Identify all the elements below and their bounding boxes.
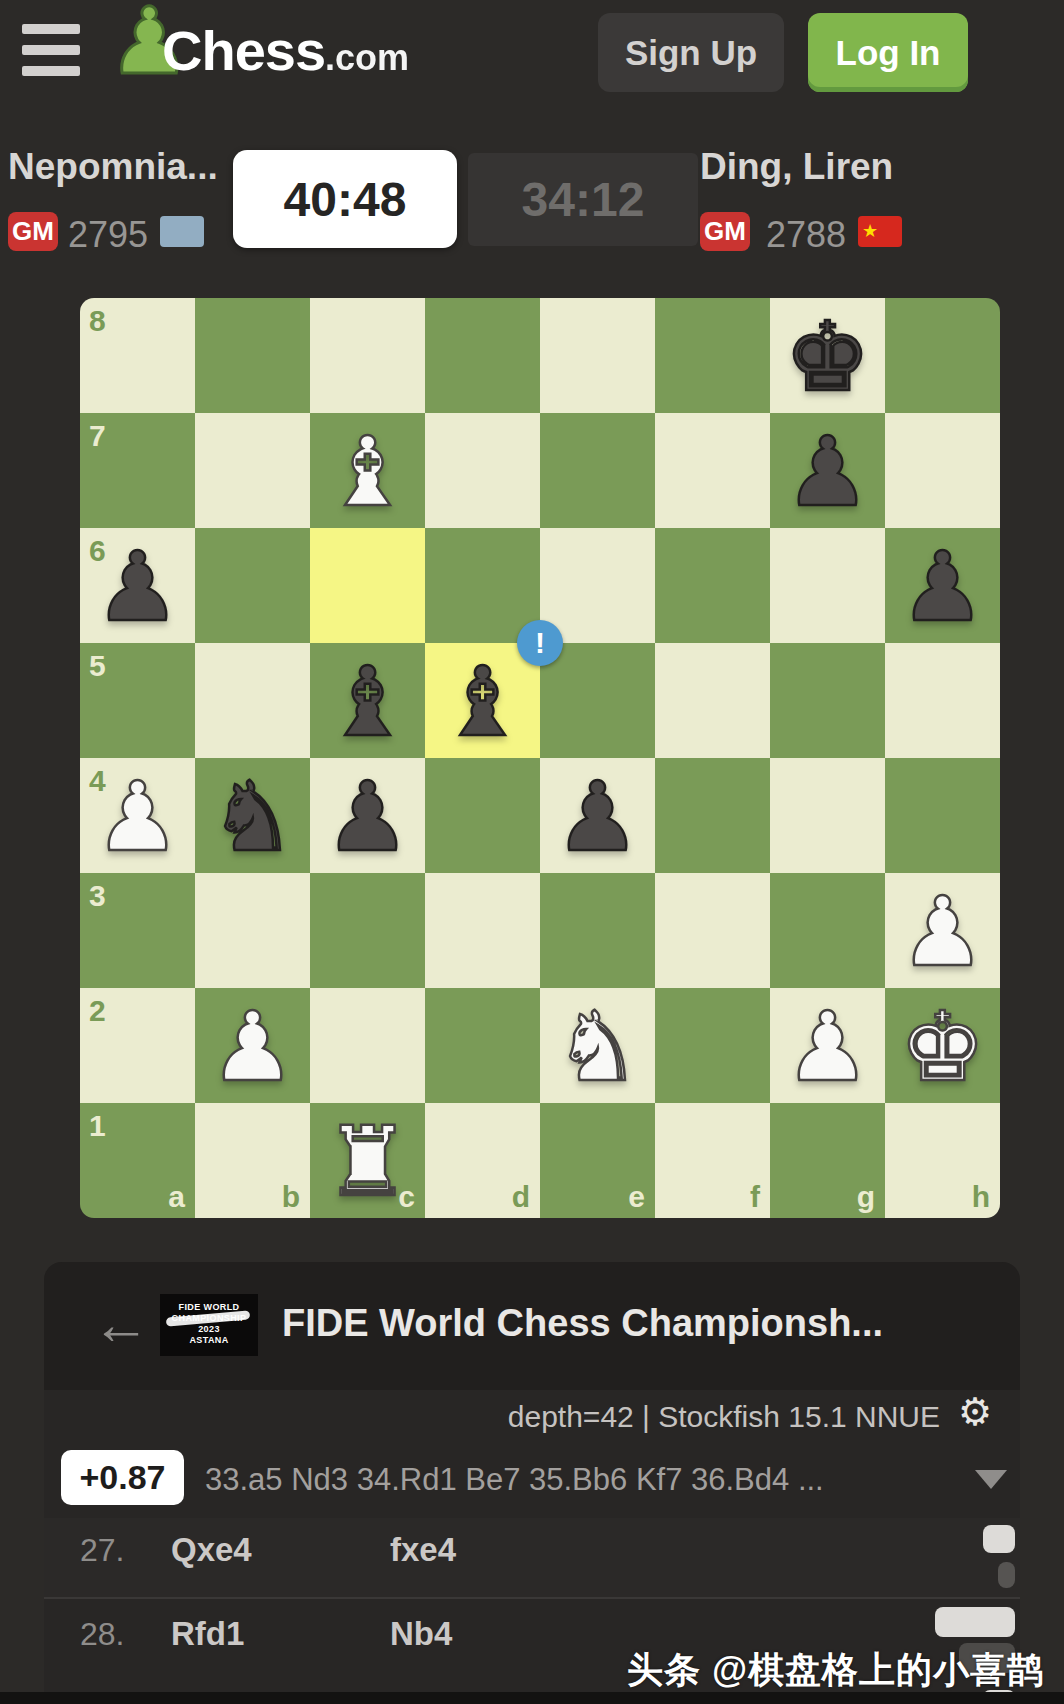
piece-black-pawn-h6[interactable]: ♟	[885, 528, 1000, 643]
rank-label: 5	[89, 649, 106, 683]
square-d7[interactable]	[425, 413, 540, 528]
piece-white-pawn-g2[interactable]: ♟	[770, 988, 885, 1103]
square-f5[interactable]	[655, 643, 770, 758]
piece-black-king-g8[interactable]: ♚	[770, 298, 885, 413]
square-h5[interactable]	[885, 643, 1000, 758]
log-in-button[interactable]: Log In	[808, 13, 968, 92]
file-label: h	[972, 1180, 990, 1214]
square-c8[interactable]	[310, 298, 425, 413]
square-g4[interactable]	[770, 758, 885, 873]
white-eval-bar	[983, 1525, 1015, 1553]
move-row-27[interactable]: 27. Qxe4 fxe4	[44, 1518, 1020, 1597]
square-f3[interactable]	[655, 873, 770, 988]
logo-line: CHAMPIONSHIP	[160, 1313, 258, 1324]
event-header: ← FIDE WORLD CHAMPIONSHIP 2023 ASTANA FI…	[44, 1262, 1020, 1390]
square-h4[interactable]	[885, 758, 1000, 873]
square-g6[interactable]	[770, 528, 885, 643]
square-c6[interactable]	[310, 528, 425, 643]
piece-white-pawn-h3[interactable]: ♟	[885, 873, 1000, 988]
square-a2[interactable]: 2	[80, 988, 195, 1103]
piece-black-knight-b4[interactable]: ♞	[195, 758, 310, 873]
square-h7[interactable]	[885, 413, 1000, 528]
analysis-panel: ← FIDE WORLD CHAMPIONSHIP 2023 ASTANA FI…	[44, 1262, 1020, 1704]
piece-black-bishop-d5[interactable]: ♝	[425, 643, 540, 758]
square-c3[interactable]	[310, 873, 425, 988]
black-clock: 34:12	[468, 153, 698, 246]
square-e3[interactable]	[540, 873, 655, 988]
square-d8[interactable]	[425, 298, 540, 413]
black-player-title-badge: GM	[700, 212, 750, 251]
square-a1[interactable]: 1a	[80, 1103, 195, 1218]
square-a8[interactable]: 8	[80, 298, 195, 413]
file-label: b	[282, 1180, 300, 1214]
event-title: FIDE World Chess Championsh...	[282, 1302, 883, 1345]
row-divider	[44, 1597, 1020, 1599]
square-a7[interactable]: 7	[80, 413, 195, 528]
china-flag: ★	[858, 216, 902, 247]
move-number: 27.	[80, 1518, 124, 1582]
piece-white-knight-e2[interactable]: ♞	[540, 988, 655, 1103]
square-a5[interactable]: 5	[80, 643, 195, 758]
square-e8[interactable]	[540, 298, 655, 413]
square-e6[interactable]	[540, 528, 655, 643]
logo-line: ASTANA	[160, 1335, 258, 1346]
square-h1[interactable]: h	[885, 1103, 1000, 1218]
square-h8[interactable]	[885, 298, 1000, 413]
square-e7[interactable]	[540, 413, 655, 528]
evaluation-badge: +0.87	[61, 1450, 184, 1505]
square-f4[interactable]	[655, 758, 770, 873]
file-label: a	[168, 1180, 185, 1214]
piece-white-rook-c1[interactable]: ♜	[310, 1103, 425, 1218]
square-g1[interactable]: g	[770, 1103, 885, 1218]
file-label: e	[628, 1180, 645, 1214]
fide-flag	[160, 216, 204, 247]
square-a3[interactable]: 3	[80, 873, 195, 988]
square-d1[interactable]: d	[425, 1103, 540, 1218]
rank-label: 1	[89, 1109, 106, 1143]
black-player-name: Ding, Liren	[700, 146, 893, 188]
white-player-rating: 2795	[68, 214, 148, 256]
square-f1[interactable]: f	[655, 1103, 770, 1218]
rank-label: 2	[89, 994, 106, 1028]
event-logo: FIDE WORLD CHAMPIONSHIP 2023 ASTANA	[160, 1294, 258, 1356]
piece-white-king-h2[interactable]: ♚	[885, 988, 1000, 1103]
white-clock: 40:48	[233, 150, 457, 248]
brand-suffix: .com	[325, 37, 409, 78]
square-b3[interactable]	[195, 873, 310, 988]
piece-black-pawn-c4[interactable]: ♟	[310, 758, 425, 873]
square-b6[interactable]	[195, 528, 310, 643]
brand-main: Chess	[162, 19, 325, 82]
square-c2[interactable]	[310, 988, 425, 1103]
chevron-down-icon[interactable]	[975, 1470, 1007, 1489]
piece-white-pawn-a4[interactable]: ♟	[80, 758, 195, 873]
piece-black-bishop-c5[interactable]: ♝	[310, 643, 425, 758]
engine-status: depth=42 | Stockfish 15.1 NNUE	[508, 1400, 940, 1434]
logo-line: 2023	[160, 1324, 258, 1335]
rank-label: 7	[89, 419, 106, 453]
square-g3[interactable]	[770, 873, 885, 988]
black-move[interactable]: fxe4	[390, 1518, 456, 1582]
square-f8[interactable]	[655, 298, 770, 413]
file-label: f	[750, 1180, 760, 1214]
file-label: g	[857, 1180, 875, 1214]
file-label: d	[512, 1180, 530, 1214]
white-move[interactable]: Qxe4	[171, 1518, 252, 1582]
hamburger-menu-icon[interactable]	[22, 24, 80, 82]
chesscom-logo: Chess.com	[162, 18, 409, 83]
black-move[interactable]: Nb4	[390, 1602, 452, 1666]
square-f6[interactable]	[655, 528, 770, 643]
square-b5[interactable]	[195, 643, 310, 758]
square-b7[interactable]	[195, 413, 310, 528]
square-d3[interactable]	[425, 873, 540, 988]
gear-icon[interactable]: ⚙	[958, 1390, 992, 1434]
square-g5[interactable]	[770, 643, 885, 758]
square-d4[interactable]	[425, 758, 540, 873]
square-d6[interactable]	[425, 528, 540, 643]
square-b1[interactable]: b	[195, 1103, 310, 1218]
square-e1[interactable]: e	[540, 1103, 655, 1218]
white-player-title-badge: GM	[8, 212, 58, 251]
piece-black-pawn-a6[interactable]: ♟	[80, 528, 195, 643]
white-move[interactable]: Rfd1	[171, 1602, 244, 1666]
back-arrow-icon[interactable]: ←	[92, 1292, 150, 1356]
piece-white-bishop-c7[interactable]: ♝	[310, 413, 425, 528]
square-b8[interactable]	[195, 298, 310, 413]
square-f7[interactable]	[655, 413, 770, 528]
white-player-name: Nepomnia...	[8, 146, 218, 188]
move-number: 28.	[80, 1602, 124, 1666]
black-player-rating: 2788	[766, 214, 846, 256]
rank-label: 8	[89, 304, 106, 338]
rank-label: 3	[89, 879, 106, 913]
square-d2[interactable]	[425, 988, 540, 1103]
square-f2[interactable]	[655, 988, 770, 1103]
square-e5[interactable]	[540, 643, 655, 758]
watermark: 头条 @棋盘格上的小喜鹊	[627, 1646, 1044, 1695]
white-eval-bar	[935, 1607, 1015, 1637]
logo-line: FIDE WORLD	[160, 1302, 258, 1313]
black-eval-bar	[998, 1562, 1015, 1588]
piece-black-pawn-e4[interactable]: ♟	[540, 758, 655, 873]
piece-white-pawn-b2[interactable]: ♟	[195, 988, 310, 1103]
sign-up-button[interactable]: Sign Up	[598, 13, 784, 92]
page: ♟ Chess.com Sign Up Log In Nepomnia... G…	[0, 0, 1064, 1704]
engine-line: 33.a5 Nd3 34.Rd1 Be7 35.Bb6 Kf7 36.Bd4 .…	[205, 1462, 824, 1498]
piece-black-pawn-g7[interactable]: ♟	[770, 413, 885, 528]
